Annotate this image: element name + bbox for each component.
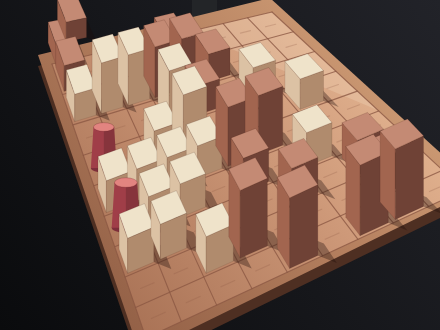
block-front-face xyxy=(395,136,423,220)
scene xyxy=(0,0,440,330)
cylinder-top xyxy=(93,123,114,132)
block-front-face xyxy=(290,185,318,269)
board-photo-recreation xyxy=(0,0,440,330)
cylinder-top xyxy=(115,178,138,188)
block-front-face xyxy=(240,178,267,258)
